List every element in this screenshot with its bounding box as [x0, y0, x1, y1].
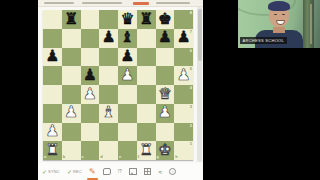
square-g1[interactable]: ♚g [156, 141, 175, 160]
info-button[interactable]: i [169, 168, 177, 176]
piece-white-rook: ♜ [139, 142, 153, 158]
rec-toggle[interactable]: ✓ REC [67, 169, 82, 175]
file-coordinate: d [100, 155, 102, 159]
rank-coordinate: 4 [190, 86, 192, 90]
file-coordinate: e [119, 155, 121, 159]
piece-black-pawn: ♟ [120, 49, 134, 65]
sync-check-icon: ✓ [42, 169, 47, 175]
scrollbar[interactable] [197, 7, 202, 162]
top-bar [38, 0, 203, 7]
square-c7[interactable] [81, 29, 100, 48]
square-f1[interactable]: ♜f [137, 141, 156, 160]
square-h1[interactable]: 1h [174, 141, 193, 160]
square-e5[interactable]: ♟ [118, 66, 137, 85]
draw-tool-button[interactable]: ✎ [89, 168, 96, 176]
file-coordinate: h [175, 155, 177, 159]
piece-white-pawn: ♟ [177, 67, 191, 83]
sync-label: SYNC [48, 170, 60, 174]
square-a5[interactable] [43, 66, 62, 85]
chess-board[interactable]: ♜♛♜♚8♟♝♟♟7♟♟6♟♟♟5♟♛4♟♝♟3♟2♜abcde♜f♚g1h [43, 10, 193, 160]
piece-black-king: ♚ [158, 11, 172, 27]
screen: ♜♛♜♚8♟♝♟♟7♟♟6♟♟♟5♟♛4♟♝♟3♟2♜abcde♜f♚g1h ✓… [0, 0, 320, 180]
piece-white-pawn: ♟ [83, 86, 97, 102]
piece-white-bishop: ♝ [102, 105, 116, 121]
square-c8[interactable] [81, 10, 100, 29]
sync-toggle[interactable]: ✓ SYNC [42, 169, 60, 175]
square-d6[interactable] [99, 48, 118, 67]
share-icon: < [158, 169, 162, 175]
square-e4[interactable] [118, 85, 137, 104]
piece-black-rook: ♜ [64, 11, 78, 27]
file-coordinate: g [157, 155, 159, 159]
square-a8[interactable] [43, 10, 62, 29]
top-bar-fragment [156, 2, 190, 4]
rank-coordinate: 8 [190, 11, 192, 15]
square-f7[interactable] [137, 29, 156, 48]
info-icon: i [169, 168, 177, 176]
square-g7[interactable]: ♟ [156, 29, 175, 48]
piece-black-queen: ♛ [120, 11, 134, 27]
square-e1[interactable]: e [118, 141, 137, 160]
file-coordinate: a [44, 155, 46, 159]
square-g5[interactable] [156, 66, 175, 85]
rank-coordinate: 5 [190, 67, 192, 71]
square-a4[interactable] [43, 85, 62, 104]
person-neck [273, 27, 285, 33]
square-h6[interactable]: 6 [174, 48, 193, 67]
square-a6[interactable]: ♟ [43, 48, 62, 67]
top-bar-accent [133, 2, 149, 5]
square-e8[interactable]: ♛ [118, 10, 137, 29]
rank-coordinate: 6 [190, 49, 192, 53]
square-b4[interactable] [62, 85, 81, 104]
square-h8[interactable]: 8 [174, 10, 193, 29]
square-b1[interactable]: b [62, 141, 81, 160]
square-a3[interactable] [43, 104, 62, 123]
piece-black-rook: ♜ [139, 11, 153, 27]
square-d4[interactable] [99, 85, 118, 104]
piece-black-pawn: ♟ [83, 67, 97, 83]
annotation-toolbar: ✓ SYNC ✓ REC ✎ !? < [38, 163, 203, 180]
square-c2[interactable] [81, 123, 100, 142]
background-door [303, 0, 314, 48]
square-c6[interactable] [81, 48, 100, 67]
square-b7[interactable] [62, 29, 81, 48]
image-button[interactable] [129, 168, 137, 175]
square-f6[interactable] [137, 48, 156, 67]
piece-white-rook: ♜ [45, 142, 59, 158]
piece-white-king: ♚ [158, 142, 172, 158]
square-d7[interactable]: ♟ [99, 29, 118, 48]
webcam-name-label: ARCHESS SCHOOL [240, 37, 287, 44]
square-f8[interactable]: ♜ [137, 10, 156, 29]
rank-coordinate: 1 [190, 142, 192, 146]
piece-white-pawn: ♟ [120, 67, 134, 83]
piece-white-pawn: ♟ [64, 105, 78, 121]
square-d5[interactable] [99, 66, 118, 85]
annotation-label: !? [118, 169, 122, 174]
grid-icon [144, 168, 152, 176]
file-coordinate: b [63, 155, 65, 159]
square-c4[interactable]: ♟ [81, 85, 100, 104]
person-beanie [268, 1, 290, 11]
square-d3[interactable]: ♝ [99, 104, 118, 123]
piece-white-queen: ♛ [158, 86, 172, 102]
square-a1[interactable]: ♜a [43, 141, 62, 160]
background-door-slat [310, 4, 312, 44]
square-f5[interactable] [137, 66, 156, 85]
square-h4[interactable]: 4 [174, 85, 193, 104]
square-g8[interactable]: ♚ [156, 10, 175, 29]
square-f3[interactable] [137, 104, 156, 123]
square-b6[interactable] [62, 48, 81, 67]
square-g3[interactable]: ♟ [156, 104, 175, 123]
square-e7[interactable]: ♝ [118, 29, 137, 48]
square-h5[interactable]: ♟5 [174, 66, 193, 85]
pencil-icon: ✎ [89, 168, 96, 176]
square-c1[interactable]: c [81, 141, 100, 160]
piece-black-pawn: ♟ [158, 30, 172, 46]
square-d1[interactable]: d [99, 141, 118, 160]
square-b3[interactable]: ♟ [62, 104, 81, 123]
piece-black-pawn: ♟ [45, 49, 59, 65]
square-c5[interactable]: ♟ [81, 66, 100, 85]
chat-button[interactable] [103, 168, 111, 175]
top-bar-fragment [82, 2, 122, 4]
rank-coordinate: 3 [190, 105, 192, 109]
piece-white-pawn: ♟ [158, 105, 172, 121]
square-f2[interactable] [137, 123, 156, 142]
webcam-video: ARCHESS SCHOOL [238, 0, 320, 48]
square-b2[interactable] [62, 123, 81, 142]
square-g2[interactable] [156, 123, 175, 142]
square-h7[interactable]: ♟7 [174, 29, 193, 48]
square-e2[interactable] [118, 123, 137, 142]
square-g6[interactable] [156, 48, 175, 67]
square-a2[interactable]: ♟ [43, 123, 62, 142]
rank-coordinate: 7 [190, 30, 192, 34]
square-c3[interactable] [81, 104, 100, 123]
square-b5[interactable] [62, 66, 81, 85]
square-b8[interactable]: ♜ [62, 10, 81, 29]
square-f4[interactable] [137, 85, 156, 104]
square-a7[interactable] [43, 29, 62, 48]
square-g4[interactable]: ♛ [156, 85, 175, 104]
square-h3[interactable]: 3 [174, 104, 193, 123]
rec-check-icon: ✓ [67, 169, 72, 175]
image-icon [129, 168, 137, 175]
grid-button[interactable] [144, 168, 152, 176]
piece-black-pawn: ♟ [102, 30, 116, 46]
share-button[interactable]: < [158, 169, 162, 175]
rank-coordinate: 2 [190, 124, 192, 128]
square-d2[interactable] [99, 123, 118, 142]
annotation-button[interactable]: !? [118, 169, 122, 174]
square-d8[interactable] [99, 10, 118, 29]
square-e6[interactable]: ♟ [118, 48, 137, 67]
chat-bubble-icon [103, 168, 111, 175]
rec-label: REC [73, 170, 82, 174]
file-coordinate: c [82, 155, 84, 159]
square-e3[interactable] [118, 104, 137, 123]
top-bar-fragment [44, 2, 74, 4]
chess-app-window: ♜♛♜♚8♟♝♟♟7♟♟6♟♟♟5♟♛4♟♝♟3♟2♜abcde♜f♚g1h ✓… [38, 0, 203, 180]
square-h2[interactable]: 2 [174, 123, 193, 142]
piece-white-pawn: ♟ [45, 124, 59, 140]
piece-black-bishop: ♝ [120, 30, 134, 46]
scrollbar-thumb[interactable] [198, 9, 202, 61]
piece-black-pawn: ♟ [177, 30, 191, 46]
file-coordinate: f [138, 155, 139, 159]
